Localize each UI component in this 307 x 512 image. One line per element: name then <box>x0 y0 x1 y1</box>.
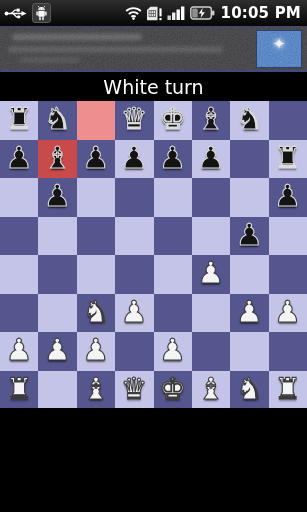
square-d7[interactable]: ♟ <box>115 140 153 179</box>
square-g2[interactable] <box>230 332 268 371</box>
square-c6[interactable] <box>77 178 115 217</box>
square-d6[interactable] <box>115 178 153 217</box>
piece-black-bishop: ♝ <box>198 104 225 134</box>
square-d3[interactable]: ♟ <box>115 294 153 333</box>
square-c4[interactable] <box>77 255 115 294</box>
piece-black-rook: ♜ <box>274 143 301 173</box>
square-b5[interactable] <box>38 217 76 256</box>
square-d8[interactable]: ♛ <box>115 101 153 140</box>
square-d2[interactable] <box>115 332 153 371</box>
square-h1[interactable]: ♜ <box>269 371 307 410</box>
piece-black-pawn: ♟ <box>44 181 71 211</box>
square-c7[interactable]: ♟ <box>77 140 115 179</box>
piece-white-knight: ♞ <box>236 374 263 404</box>
piece-black-pawn: ♟ <box>198 143 225 173</box>
chess-board: ♜♞♛♚♝♞♟♝♟♟♟♟♜♟♟♟♟♞♟♟♟♟♟♟♟♜♝♛♚♝♞♜ <box>0 101 307 409</box>
usb-icon <box>4 7 27 20</box>
square-h3[interactable]: ♟ <box>269 294 307 333</box>
square-h4[interactable] <box>269 255 307 294</box>
sparkle-icon: ✦ <box>257 31 301 57</box>
square-g7[interactable] <box>230 140 268 179</box>
piece-black-pawn: ♟ <box>236 220 263 250</box>
square-f6[interactable] <box>192 178 230 217</box>
piece-black-pawn: ♟ <box>6 143 33 173</box>
status-bar-right: 10:05 PM <box>125 4 304 22</box>
piece-black-pawn: ♟ <box>274 181 301 211</box>
square-c8[interactable] <box>77 101 115 140</box>
banner-text-smudge <box>20 58 80 62</box>
clock: 10:05 PM <box>219 4 304 22</box>
square-e8[interactable]: ♚ <box>154 101 192 140</box>
piece-black-knight: ♞ <box>236 104 263 134</box>
piece-white-pawn: ♟ <box>82 335 109 365</box>
square-f4[interactable]: ♟ <box>192 255 230 294</box>
piece-white-queen: ♛ <box>121 374 148 404</box>
piece-black-knight: ♞ <box>44 104 71 134</box>
square-b8[interactable]: ♞ <box>38 101 76 140</box>
square-d4[interactable] <box>115 255 153 294</box>
banner-text-smudge <box>12 34 142 40</box>
square-c3[interactable]: ♞ <box>77 294 115 333</box>
square-c1[interactable]: ♝ <box>77 371 115 410</box>
piece-white-king: ♚ <box>159 374 186 404</box>
piece-white-knight: ♞ <box>82 297 109 327</box>
square-d5[interactable] <box>115 217 153 256</box>
piece-black-bishop: ♝ <box>44 143 71 173</box>
battery-charging-icon <box>190 6 215 20</box>
square-b4[interactable] <box>38 255 76 294</box>
square-a2[interactable]: ♟ <box>0 332 38 371</box>
square-c2[interactable]: ♟ <box>77 332 115 371</box>
square-g5[interactable]: ♟ <box>230 217 268 256</box>
square-a1[interactable]: ♜ <box>0 371 38 410</box>
square-f2[interactable] <box>192 332 230 371</box>
square-e2[interactable]: ♟ <box>154 332 192 371</box>
square-g6[interactable] <box>230 178 268 217</box>
square-b3[interactable] <box>38 294 76 333</box>
square-e3[interactable] <box>154 294 192 333</box>
piece-white-pawn: ♟ <box>274 297 301 327</box>
turn-indicator: White turn <box>0 72 307 101</box>
square-c5[interactable] <box>77 217 115 256</box>
square-a3[interactable] <box>0 294 38 333</box>
square-b2[interactable]: ♟ <box>38 332 76 371</box>
sim-missing-icon <box>146 6 163 21</box>
piece-white-pawn: ♟ <box>44 335 71 365</box>
square-h2[interactable] <box>269 332 307 371</box>
turn-indicator-text: White turn <box>103 76 203 98</box>
square-g3[interactable]: ♟ <box>230 294 268 333</box>
square-f7[interactable]: ♟ <box>192 140 230 179</box>
piece-white-pawn: ♟ <box>121 297 148 327</box>
ad-sparkle-icon[interactable]: ✦ <box>256 30 302 68</box>
square-f8[interactable]: ♝ <box>192 101 230 140</box>
piece-black-pawn: ♟ <box>159 143 186 173</box>
square-a4[interactable] <box>0 255 38 294</box>
square-e1[interactable]: ♚ <box>154 371 192 410</box>
signal-strength-icon <box>167 6 186 20</box>
android-debug-icon <box>32 3 51 23</box>
square-d1[interactable]: ♛ <box>115 371 153 410</box>
square-b6[interactable]: ♟ <box>38 178 76 217</box>
square-e6[interactable] <box>154 178 192 217</box>
piece-white-pawn: ♟ <box>159 335 186 365</box>
piece-black-pawn: ♟ <box>121 143 148 173</box>
phone-screen: 10:05 PM <box>0 0 307 512</box>
square-e5[interactable] <box>154 217 192 256</box>
square-a5[interactable] <box>0 217 38 256</box>
piece-white-bishop: ♝ <box>198 374 225 404</box>
status-bar: 10:05 PM <box>0 0 307 26</box>
piece-white-pawn: ♟ <box>198 258 225 288</box>
square-h6[interactable]: ♟ <box>269 178 307 217</box>
piece-white-pawn: ♟ <box>236 297 263 327</box>
square-g4[interactable] <box>230 255 268 294</box>
piece-black-rook: ♜ <box>6 104 33 134</box>
wifi-icon <box>125 6 142 20</box>
piece-black-king: ♚ <box>159 104 186 134</box>
square-g8[interactable]: ♞ <box>230 101 268 140</box>
piece-black-pawn: ♟ <box>82 143 109 173</box>
square-g1[interactable]: ♞ <box>230 371 268 410</box>
square-a6[interactable] <box>0 178 38 217</box>
status-bar-left <box>4 3 51 23</box>
square-h7[interactable]: ♜ <box>269 140 307 179</box>
square-h5[interactable] <box>269 217 307 256</box>
square-b1[interactable] <box>38 371 76 410</box>
square-b7[interactable]: ♝ <box>38 140 76 179</box>
ad-banner[interactable]: ✦ <box>0 26 307 72</box>
square-f1[interactable]: ♝ <box>192 371 230 410</box>
square-a8[interactable]: ♜ <box>0 101 38 140</box>
square-h8[interactable] <box>269 101 307 140</box>
square-e4[interactable] <box>154 255 192 294</box>
square-f3[interactable] <box>192 294 230 333</box>
piece-white-rook: ♜ <box>274 374 301 404</box>
square-e7[interactable]: ♟ <box>154 140 192 179</box>
square-f5[interactable] <box>192 217 230 256</box>
piece-white-pawn: ♟ <box>6 335 33 365</box>
piece-black-queen: ♛ <box>121 104 148 134</box>
piece-white-bishop: ♝ <box>82 374 109 404</box>
banner-text-smudge <box>8 47 223 52</box>
square-a7[interactable]: ♟ <box>0 140 38 179</box>
bottom-black-area <box>0 408 307 512</box>
piece-white-rook: ♜ <box>6 374 33 404</box>
